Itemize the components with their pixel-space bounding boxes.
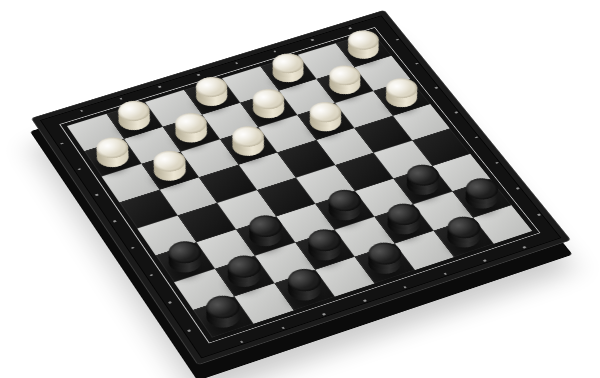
coordinate-tick <box>149 274 153 276</box>
scene <box>0 0 600 378</box>
coordinate-tick <box>363 299 367 301</box>
coordinate-tick <box>95 194 98 196</box>
coordinate-tick <box>311 39 314 41</box>
coordinate-tick <box>483 259 487 261</box>
board-frame <box>31 10 571 365</box>
coordinate-tick <box>60 143 63 145</box>
coordinate-tick <box>168 301 172 303</box>
coordinate-tick <box>119 98 122 100</box>
coordinate-tick <box>396 39 399 41</box>
coordinate-tick <box>187 329 191 331</box>
coordinate-tick <box>113 220 116 222</box>
coordinate-tick <box>495 162 499 164</box>
coordinate-tick <box>80 110 83 112</box>
coordinate-tick <box>131 247 135 249</box>
coordinate-tick <box>197 74 200 76</box>
coordinate-tick <box>475 136 478 138</box>
coordinate-tick <box>158 86 161 88</box>
coordinate-tick <box>403 286 407 288</box>
coordinate-tick <box>235 62 238 64</box>
board-grid <box>67 32 532 338</box>
coordinate-tick <box>522 246 526 248</box>
coordinate-tick <box>348 27 351 29</box>
coordinate-tick <box>77 168 80 170</box>
coordinate-tick <box>435 87 438 89</box>
coordinate-tick <box>443 273 447 275</box>
coordinate-tick <box>322 313 326 315</box>
coordinate-tick <box>516 187 520 189</box>
coordinate-tick <box>240 340 244 343</box>
coordinate-tick <box>415 63 418 65</box>
coordinate-tick <box>273 50 276 52</box>
coordinate-tick <box>281 327 285 329</box>
coordinate-tick <box>537 214 541 216</box>
coordinate-tick <box>454 111 457 113</box>
checkers-board <box>31 10 571 365</box>
